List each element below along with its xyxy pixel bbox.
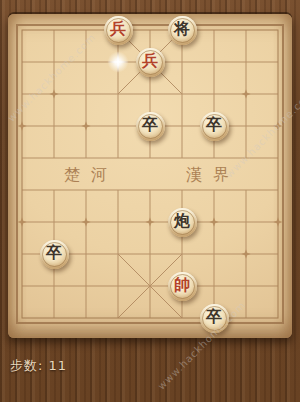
piece-black-cannon[interactable]: 炮 xyxy=(168,208,197,237)
piece-black-soldier[interactable]: 卒 xyxy=(136,112,165,141)
piece-red-soldier[interactable]: 兵 xyxy=(136,48,165,77)
piece-glyph: 卒 xyxy=(206,117,222,133)
piece-glyph: 帥 xyxy=(174,277,190,293)
piece-black-general[interactable]: 将 xyxy=(168,16,197,45)
piece-glyph: 卒 xyxy=(206,309,222,325)
piece-glyph: 炮 xyxy=(174,213,190,229)
steps-value: 11 xyxy=(48,358,67,373)
piece-red-soldier[interactable]: 兵 xyxy=(104,16,133,45)
piece-glyph: 兵 xyxy=(110,21,126,37)
piece-glyph: 将 xyxy=(174,21,190,37)
piece-glyph: 卒 xyxy=(142,117,158,133)
piece-black-soldier[interactable]: 卒 xyxy=(200,112,229,141)
piece-black-soldier[interactable]: 卒 xyxy=(200,304,229,333)
piece-red-general[interactable]: 帥 xyxy=(168,272,197,301)
steps-counter: 步数:11 xyxy=(10,357,67,375)
piece-glyph: 卒 xyxy=(46,245,62,261)
board-grid[interactable]: 兵将兵卒卒炮卒帥卒 xyxy=(6,14,294,334)
app-screen: 楚河 漢界 兵将兵卒卒炮卒帥卒 步数:11 www.hackhome.com w… xyxy=(0,0,300,402)
steps-label: 步数: xyxy=(10,358,43,373)
piece-glyph: 兵 xyxy=(142,53,158,69)
piece-black-soldier[interactable]: 卒 xyxy=(40,240,69,269)
